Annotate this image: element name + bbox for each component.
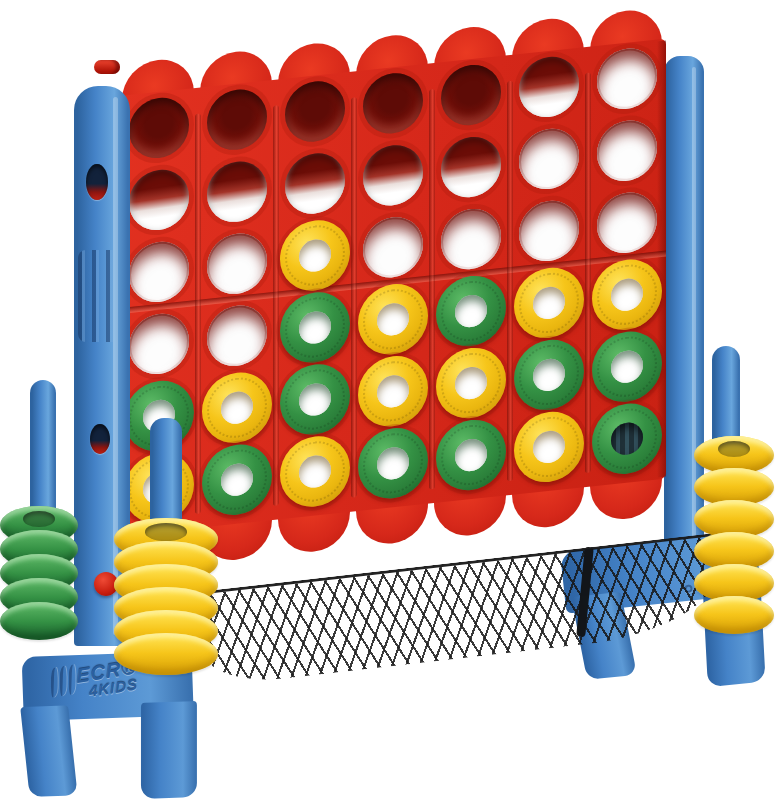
locking-pin	[94, 60, 120, 74]
board-rib	[351, 97, 357, 498]
right-post-highlight	[692, 67, 696, 578]
board-rib	[507, 81, 513, 482]
toss-ring-yellow	[694, 436, 774, 474]
post-oval-hole-lower	[90, 424, 110, 454]
red-release-button	[94, 572, 118, 596]
toss-ring-yellow	[694, 500, 774, 538]
toss-ring-green	[0, 602, 78, 640]
post-oval-hole-upper	[86, 164, 108, 200]
toss-ring-green	[0, 506, 78, 544]
post-grip-grooves	[78, 250, 120, 342]
left-frame-post	[74, 86, 130, 646]
right-frame-post	[664, 56, 704, 588]
toss-ring-green	[0, 554, 78, 592]
board-side-edge	[657, 41, 666, 478]
left-post-highlight	[113, 97, 118, 635]
board-panel	[120, 15, 666, 572]
left-leg-front-foot	[20, 705, 77, 796]
toss-ring-green	[0, 578, 78, 616]
board-rib	[195, 113, 201, 514]
peg-front-right-pole	[712, 346, 740, 546]
board-rib	[429, 89, 435, 490]
board-rib	[273, 105, 279, 506]
scene: ECR® 4KIDS	[0, 0, 776, 800]
net-strap	[576, 547, 594, 637]
board-rib	[585, 72, 591, 473]
brand-figures-icon	[50, 664, 78, 701]
left-leg: ECR® 4KIDS	[19, 645, 202, 800]
toss-ring-yellow	[694, 468, 774, 506]
peg-front-left-pole	[30, 380, 56, 620]
left-leg-rear-foot	[141, 701, 197, 799]
toss-ring-green	[0, 530, 78, 568]
